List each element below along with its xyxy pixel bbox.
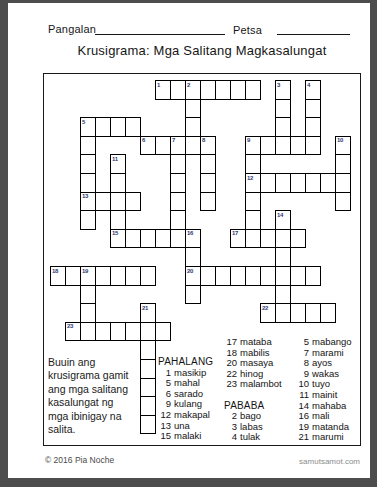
cell-number-4: 4 xyxy=(307,82,310,88)
grid-cell-r2c3[interactable] xyxy=(95,117,111,137)
grid-cell-r8c8[interactable] xyxy=(170,229,186,249)
grid-cell-r11c2[interactable] xyxy=(80,285,96,305)
date-label: Petsa xyxy=(233,24,262,36)
grid-cell-r10c2[interactable]: 19 xyxy=(80,266,96,286)
grid-cell-r10c0[interactable]: 18 xyxy=(50,266,66,286)
grid-cell-r10c15[interactable] xyxy=(275,266,291,286)
cell-number-16: 16 xyxy=(187,230,193,236)
grid-cell-r5c2[interactable] xyxy=(80,173,96,193)
grid-cell-r8c13[interactable] xyxy=(245,229,261,249)
grid-cell-r10c12[interactable] xyxy=(230,266,246,286)
cell-number-19: 19 xyxy=(82,268,88,274)
grid-cell-r8c15[interactable] xyxy=(275,229,291,249)
grid-cell-r2c4[interactable] xyxy=(110,117,126,137)
down-clues-2: 5mabango7marami8ayos9wakas10tuyo11mainit… xyxy=(296,337,362,443)
grid-cell-r13c2[interactable] xyxy=(80,322,96,342)
grid-cell-r8c12[interactable]: 17 xyxy=(230,229,246,249)
instructions-line: ang mga salitang xyxy=(48,383,158,396)
clue-word: masaya xyxy=(240,357,273,368)
grid-cell-r8c9[interactable]: 16 xyxy=(185,229,201,249)
cell-number-3: 3 xyxy=(277,82,280,88)
cell-number-20: 20 xyxy=(187,268,193,274)
clue-gap xyxy=(224,390,299,401)
cell-number-10: 10 xyxy=(337,137,343,143)
clue-word: kulang xyxy=(174,398,202,409)
page-title: Krusigrama: Mga Salitang Magkasalungat xyxy=(43,43,361,58)
clue-word: una xyxy=(174,420,190,431)
clue-word: mataba xyxy=(240,336,272,347)
clue-word: malambot xyxy=(240,378,282,389)
down-clues-1: 2bago3labas4tulak xyxy=(224,411,299,443)
cell-number-15: 15 xyxy=(112,230,118,236)
grid-cell-r6c4[interactable] xyxy=(110,192,126,212)
grid-cell-r7c13[interactable] xyxy=(245,210,261,230)
grid-cell-r10c6[interactable] xyxy=(140,266,156,286)
clue-word: masikip xyxy=(174,367,206,378)
clue-word: tulak xyxy=(240,431,260,442)
cell-number-17: 17 xyxy=(232,230,238,236)
across-clues-1: 1masikip5mahal6sarado9kulang12makapal13u… xyxy=(158,368,228,442)
clue-word: ayos xyxy=(312,357,332,368)
clue-number: 4 xyxy=(224,432,237,443)
clue-column-across: PAHALANG 1masikip5mahal6sarado9kulang12m… xyxy=(158,357,228,442)
clue-down-4: 4tulak xyxy=(224,432,299,443)
grid-cell-r12c14[interactable]: 22 xyxy=(260,303,276,323)
cell-number-7: 7 xyxy=(172,137,175,143)
cell-number-2: 2 xyxy=(187,82,190,88)
grid-cell-r3c13[interactable]: 9 xyxy=(245,136,261,156)
grid-cell-r7c4[interactable] xyxy=(110,210,126,230)
grid-cell-r2c5[interactable] xyxy=(125,117,141,137)
cell-number-1: 1 xyxy=(157,82,160,88)
grid-cell-r3c6[interactable]: 6 xyxy=(140,136,156,156)
clue-number: 12 xyxy=(158,410,171,421)
grid-cell-r0c17[interactable]: 4 xyxy=(305,80,321,100)
grid-cell-r8c14[interactable] xyxy=(260,229,276,249)
clue-word: mabango xyxy=(312,336,352,347)
grid-cell-r8c4[interactable]: 15 xyxy=(110,229,126,249)
grid-cell-r5c13[interactable]: 12 xyxy=(245,173,261,193)
grid-cell-r5c18[interactable] xyxy=(320,173,336,193)
grid-cell-r5c10[interactable] xyxy=(200,173,216,193)
grid-cell-r13c1[interactable]: 23 xyxy=(65,322,81,342)
clue-down-21: 21marumi xyxy=(296,432,362,443)
grid-cell-r5c14[interactable] xyxy=(260,173,276,193)
grid-cell-r8c5[interactable] xyxy=(125,229,141,249)
grid-cell-r3c16[interactable] xyxy=(290,136,306,156)
clue-across-12: 12makapal xyxy=(158,410,228,421)
clue-number: 11 xyxy=(296,390,309,401)
clue-word: tuyo xyxy=(312,378,330,389)
cell-number-12: 12 xyxy=(247,175,253,181)
grid-cell-r0c10[interactable] xyxy=(200,80,216,100)
grid-cell-r10c14[interactable] xyxy=(260,266,276,286)
grid-cell-r2c9[interactable] xyxy=(185,117,201,137)
grid-cell-r10c13[interactable] xyxy=(245,266,261,286)
grid-cell-r12c16[interactable] xyxy=(290,303,306,323)
copyright-text: © 2016 Pia Noche xyxy=(45,455,114,465)
clue-column-mixed: 17mataba18mabilis20masaya22hinog23malamb… xyxy=(224,337,299,443)
grid-cell-r8c6[interactable] xyxy=(140,229,156,249)
grid-cell-r7c2[interactable] xyxy=(80,210,96,230)
grid-cell-r11c9[interactable] xyxy=(185,285,201,305)
cell-number-14: 14 xyxy=(277,212,283,218)
grid-cell-r6c13[interactable] xyxy=(245,192,261,212)
grid-cell-r10c17[interactable] xyxy=(305,266,321,286)
clue-word: mainit xyxy=(312,389,337,400)
grid-cell-r10c3[interactable] xyxy=(95,266,111,286)
grid-cell-r3c15[interactable] xyxy=(275,136,291,156)
grid-cell-r1c17[interactable] xyxy=(305,99,321,119)
grid-cell-r2c15[interactable] xyxy=(275,117,291,137)
grid-cell-r4c2[interactable] xyxy=(80,154,96,174)
cell-number-23: 23 xyxy=(67,323,73,329)
grid-cell-r0c12[interactable] xyxy=(230,80,246,100)
grid-cell-r12c2[interactable] xyxy=(80,303,96,323)
grid-cell-r3c10[interactable]: 8 xyxy=(200,136,216,156)
grid-cell-r5c4[interactable] xyxy=(110,173,126,193)
grid-cell-r9c9[interactable] xyxy=(185,247,201,267)
grid-cell-r12c15[interactable] xyxy=(275,303,291,323)
cell-number-22: 22 xyxy=(262,305,268,311)
cell-number-6: 6 xyxy=(142,137,145,143)
grid-cell-r12c18[interactable] xyxy=(320,303,336,323)
cell-number-21: 21 xyxy=(142,305,148,311)
instructions-line: krusigrama gamit xyxy=(48,369,158,382)
grid-cell-r3c17[interactable] xyxy=(305,136,321,156)
grid-cell-r1c15[interactable] xyxy=(275,99,291,119)
clue-number: 15 xyxy=(158,431,171,442)
clue-number: 21 xyxy=(296,432,309,443)
clue-number: 23 xyxy=(224,379,237,390)
grid-cell-r6c5[interactable] xyxy=(125,192,141,212)
grid-cell-r0c11[interactable] xyxy=(215,80,231,100)
grid-cell-r4c10[interactable] xyxy=(200,154,216,174)
clue-word: marumi xyxy=(312,431,344,442)
grid-cell-r5c16[interactable] xyxy=(290,173,306,193)
grid-cell-r3c2[interactable] xyxy=(80,136,96,156)
grid-cell-r10c4[interactable] xyxy=(110,266,126,286)
grid-cell-r0c9[interactable]: 2 xyxy=(185,80,201,100)
instructions-line: mga ibinigay na xyxy=(48,410,158,423)
grid-cell-r9c15[interactable] xyxy=(275,247,291,267)
grid-cell-r10c9[interactable]: 20 xyxy=(185,266,201,286)
grid-cell-r5c15[interactable] xyxy=(275,173,291,193)
cell-number-5: 5 xyxy=(82,119,85,125)
instructions-line: salita. xyxy=(48,423,158,436)
cell-number-13: 13 xyxy=(82,193,88,199)
grid-cell-r1c9[interactable] xyxy=(185,99,201,119)
grid-cell-r10c5[interactable] xyxy=(125,266,141,286)
grid-cell-r13c6[interactable] xyxy=(140,322,156,342)
grid-cell-r4c4[interactable]: 11 xyxy=(110,154,126,174)
cell-number-9: 9 xyxy=(247,137,250,143)
grid-cell-r6c3[interactable] xyxy=(95,192,111,212)
clue-word: matanda xyxy=(312,421,349,432)
grid-cell-r6c10[interactable] xyxy=(200,192,216,212)
worksheet-screenshot: Pangalan Petsa Krusigrama: Mga Salitang … xyxy=(0,0,377,487)
clue-word: mahaba xyxy=(312,400,346,411)
cell-number-18: 18 xyxy=(52,268,58,274)
grid-cell-r0c13[interactable] xyxy=(245,80,261,100)
instructions-line: Buuin ang xyxy=(48,356,158,369)
clue-across-23: 23malambot xyxy=(224,379,299,390)
clue-word: wakas xyxy=(312,368,339,379)
grid-cell-r10c11[interactable] xyxy=(215,266,231,286)
clue-across-15: 15malaki xyxy=(158,431,228,442)
grid-cell-r13c5[interactable] xyxy=(125,322,141,342)
website-text: samutsamot.com xyxy=(260,457,360,466)
grid-cell-r8c7[interactable] xyxy=(155,229,171,249)
grid-cell-r8c16[interactable] xyxy=(290,229,306,249)
grid-cell-r3c7[interactable] xyxy=(155,136,171,156)
grid-cell-r13c7[interactable] xyxy=(155,322,171,342)
instructions-text: Buuin angkrusigrama gamitang mga salitan… xyxy=(48,356,158,436)
grid-cell-r6c8[interactable] xyxy=(170,192,186,212)
grid-cell-r13c4[interactable] xyxy=(110,322,126,342)
grid-cell-r7c15[interactable]: 14 xyxy=(275,210,291,230)
grid-cell-r5c17[interactable] xyxy=(305,173,321,193)
name-label: Pangalan xyxy=(48,23,96,35)
cell-number-11: 11 xyxy=(112,156,118,162)
grid-cell-r7c8[interactable] xyxy=(170,210,186,230)
clue-word: malaki xyxy=(174,430,201,441)
grid-cell-r3c14[interactable] xyxy=(260,136,276,156)
grid-cell-r6c19[interactable] xyxy=(335,192,351,212)
grid-cell-r0c8[interactable] xyxy=(170,80,186,100)
grid-cell-r10c10[interactable] xyxy=(200,266,216,286)
across-clues-2: 17mataba18mabilis20masaya22hinog23malamb… xyxy=(224,337,299,390)
grid-cell-r4c8[interactable] xyxy=(170,154,186,174)
clue-number: 5 xyxy=(296,337,309,348)
grid-cell-r12c6[interactable]: 21 xyxy=(140,303,156,323)
clue-word: bago xyxy=(240,410,261,421)
instructions-line: kasalungat ng xyxy=(48,396,158,409)
clue-word: labas xyxy=(240,421,263,432)
grid-cell-r12c17[interactable] xyxy=(305,303,321,323)
clue-word: mabilis xyxy=(240,347,270,358)
clue-word: marami xyxy=(312,347,344,358)
clue-word: sarado xyxy=(174,388,203,399)
clue-word: makapal xyxy=(174,409,210,420)
name-field-line[interactable] xyxy=(95,34,225,35)
clue-column-down: 5mabango7marami8ayos9wakas10tuyo11mainit… xyxy=(296,337,362,443)
grid-cell-r4c19[interactable] xyxy=(335,154,351,174)
clue-word: mali xyxy=(312,410,329,421)
grid-cell-r4c13[interactable] xyxy=(245,154,261,174)
grid-cell-r6c2[interactable]: 13 xyxy=(80,192,96,212)
grid-cell-r13c3[interactable] xyxy=(95,322,111,342)
clue-word: hinog xyxy=(240,368,263,379)
grid-cell-r3c8[interactable]: 7 xyxy=(170,136,186,156)
clue-word: mahal xyxy=(174,377,200,388)
grid-cell-r2c2[interactable]: 5 xyxy=(80,117,96,137)
grid-cell-r2c17[interactable] xyxy=(305,117,321,137)
grid-cell-r10c1[interactable] xyxy=(65,266,81,286)
clue-number: 17 xyxy=(224,337,237,348)
grid-cell-r10c16[interactable] xyxy=(290,266,306,286)
grid-cell-r0c15[interactable]: 3 xyxy=(275,80,291,100)
date-field-line[interactable] xyxy=(277,34,350,35)
grid-cell-r3c9[interactable] xyxy=(185,136,201,156)
grid-cell-r11c15[interactable] xyxy=(275,285,291,305)
grid-cell-r5c19[interactable] xyxy=(335,173,351,193)
cell-number-8: 8 xyxy=(202,137,205,143)
grid-cell-r5c8[interactable] xyxy=(170,173,186,193)
grid-cell-r0c7[interactable]: 1 xyxy=(155,80,171,100)
grid-cell-r3c19[interactable]: 10 xyxy=(335,136,351,156)
